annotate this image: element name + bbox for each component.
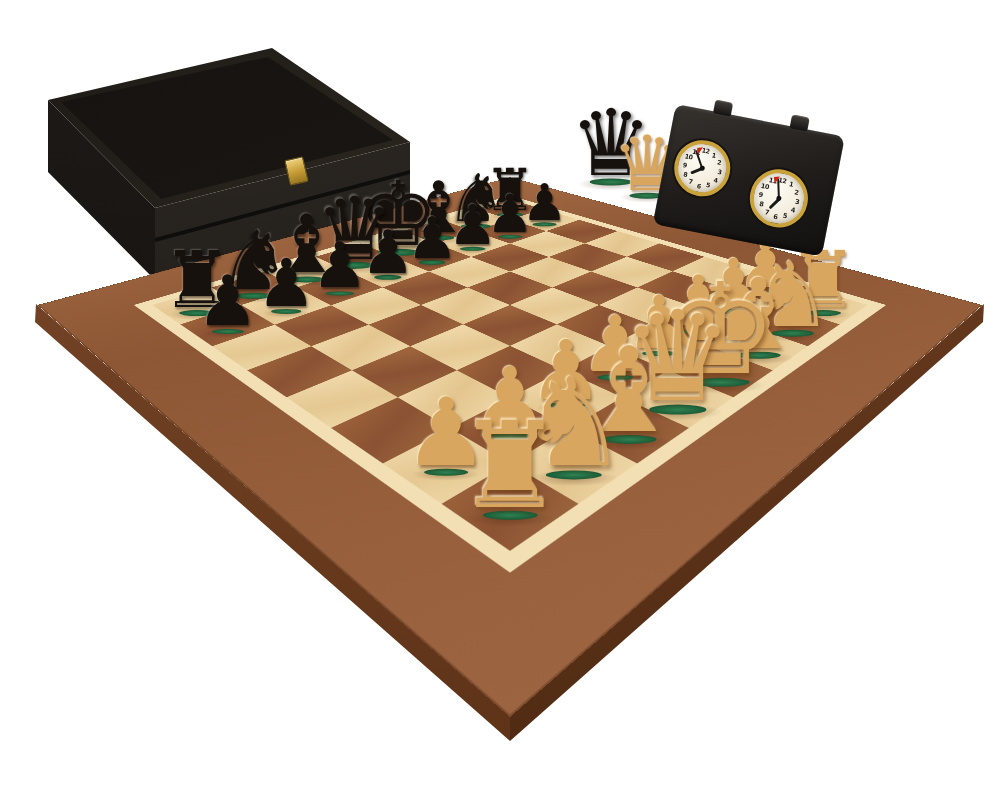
dial-center-cap (699, 165, 705, 171)
pieces-layer: ♜♞♝♛♚♝♞♜♟♟♟♟♟♟♟♟♟♟♟♟♟♟♟♟♜♞♝♛♚♝♞♜♛♛ (0, 0, 1000, 800)
dial-numeral: 2 (794, 188, 799, 197)
product-photo-chess-set: ♜♞♝♛♚♝♞♜♟♟♟♟♟♟♟♟♟♟♟♟♟♟♟♟♜♞♝♛♚♝♞♜♛♛ 12123… (0, 0, 1000, 800)
dial-numeral: 5 (782, 212, 787, 221)
clock-face-right: 121234567891011 (750, 169, 809, 228)
dial-numeral: 1 (711, 151, 716, 159)
piece-black-pawn-c7[interactable]: ♟ (311, 236, 367, 299)
dial-numeral: 8 (683, 170, 688, 178)
dial-numeral: 7 (764, 208, 769, 217)
dial-numeral: 6 (696, 182, 701, 190)
piece-white-rook-a1[interactable]: ♜ (456, 405, 563, 525)
dial-numeral: 7 (688, 178, 693, 186)
dial-numeral: 5 (705, 181, 710, 189)
dial-numeral: 8 (759, 200, 764, 209)
dial-numeral: 4 (713, 176, 718, 184)
clock-flag-icon (697, 147, 704, 155)
dial-numeral: 2 (716, 159, 721, 167)
dial-numeral: 1 (788, 180, 793, 189)
dial-numeral: 3 (794, 198, 799, 207)
clock-face-left: 121234567891011 (674, 140, 730, 196)
dial-numeral: 9 (682, 161, 687, 169)
dial-center-cap (776, 195, 782, 201)
dial-numeral: 3 (717, 168, 722, 176)
clock-flag-icon (774, 176, 781, 184)
piece-black-pawn-d7[interactable]: ♟ (361, 222, 415, 282)
dial-numeral: 9 (758, 191, 763, 200)
piece-black-pawn-b7[interactable]: ♟ (257, 251, 316, 317)
dial-numeral: 6 (773, 212, 778, 221)
piece-black-pawn-a7[interactable]: ♟ (196, 267, 258, 336)
dial-numeral: 4 (790, 206, 795, 215)
